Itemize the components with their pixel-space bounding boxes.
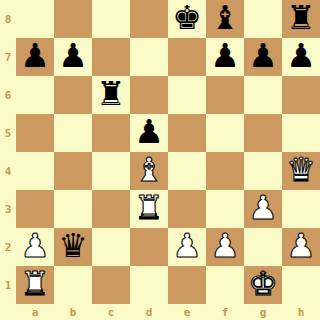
piece-white-pawn[interactable]: ♟ (210, 227, 240, 265)
square-c2[interactable] (92, 228, 130, 266)
rank-label-7: 7 (0, 38, 16, 76)
chess-board-frame: 8♚♝♜7♟♟♟♟♟6♜5♟4♝♛3♜♟2♟♛♟♟♟1♜♚abcdefgh (0, 0, 320, 320)
piece-white-queen[interactable]: ♛ (286, 151, 316, 189)
file-label-f: f (206, 304, 244, 320)
square-a7[interactable]: ♟ (16, 38, 54, 76)
square-c4[interactable] (92, 152, 130, 190)
piece-white-king[interactable]: ♚ (248, 265, 278, 303)
square-g1[interactable]: ♚ (244, 266, 282, 304)
piece-black-king[interactable]: ♚ (172, 0, 202, 37)
piece-white-pawn[interactable]: ♟ (248, 189, 278, 227)
piece-white-bishop[interactable]: ♝ (134, 151, 164, 189)
file-label-a: a (16, 304, 54, 320)
piece-black-pawn[interactable]: ♟ (58, 37, 88, 75)
rank-label-4: 4 (0, 152, 16, 190)
file-label-g: g (244, 304, 282, 320)
square-h8[interactable]: ♜ (282, 0, 320, 38)
square-b5[interactable] (54, 114, 92, 152)
square-a3[interactable] (16, 190, 54, 228)
square-g4[interactable] (244, 152, 282, 190)
piece-black-rook[interactable]: ♜ (96, 75, 126, 113)
square-d8[interactable] (130, 0, 168, 38)
piece-black-pawn[interactable]: ♟ (20, 37, 50, 75)
square-g5[interactable] (244, 114, 282, 152)
square-g6[interactable] (244, 76, 282, 114)
square-c7[interactable] (92, 38, 130, 76)
square-e3[interactable] (168, 190, 206, 228)
square-h1[interactable] (282, 266, 320, 304)
file-label-e: e (168, 304, 206, 320)
square-a1[interactable]: ♜ (16, 266, 54, 304)
square-b4[interactable] (54, 152, 92, 190)
square-d7[interactable] (130, 38, 168, 76)
square-f4[interactable] (206, 152, 244, 190)
square-g3[interactable]: ♟ (244, 190, 282, 228)
square-e2[interactable]: ♟ (168, 228, 206, 266)
square-c3[interactable] (92, 190, 130, 228)
square-d6[interactable] (130, 76, 168, 114)
square-f2[interactable]: ♟ (206, 228, 244, 266)
square-f3[interactable] (206, 190, 244, 228)
square-h4[interactable]: ♛ (282, 152, 320, 190)
piece-white-rook[interactable]: ♜ (134, 189, 164, 227)
square-b3[interactable] (54, 190, 92, 228)
rank-label-2: 2 (0, 228, 16, 266)
piece-black-pawn[interactable]: ♟ (286, 37, 316, 75)
square-b6[interactable] (54, 76, 92, 114)
piece-white-rook[interactable]: ♜ (20, 265, 50, 303)
square-h5[interactable] (282, 114, 320, 152)
square-g7[interactable]: ♟ (244, 38, 282, 76)
piece-black-rook[interactable]: ♜ (286, 0, 316, 37)
square-d5[interactable]: ♟ (130, 114, 168, 152)
square-d1[interactable] (130, 266, 168, 304)
square-e7[interactable] (168, 38, 206, 76)
square-c5[interactable] (92, 114, 130, 152)
rank-label-3: 3 (0, 190, 16, 228)
piece-black-bishop[interactable]: ♝ (210, 0, 240, 37)
square-e1[interactable] (168, 266, 206, 304)
square-h2[interactable]: ♟ (282, 228, 320, 266)
square-c6[interactable]: ♜ (92, 76, 130, 114)
square-a2[interactable]: ♟ (16, 228, 54, 266)
square-e6[interactable] (168, 76, 206, 114)
file-label-b: b (54, 304, 92, 320)
file-label-c: c (92, 304, 130, 320)
piece-black-pawn[interactable]: ♟ (210, 37, 240, 75)
square-d4[interactable]: ♝ (130, 152, 168, 190)
square-c1[interactable] (92, 266, 130, 304)
square-a5[interactable] (16, 114, 54, 152)
square-b2[interactable]: ♛ (54, 228, 92, 266)
piece-white-pawn[interactable]: ♟ (172, 227, 202, 265)
square-a6[interactable] (16, 76, 54, 114)
board-corner-spacer (0, 304, 16, 320)
piece-black-queen[interactable]: ♛ (58, 227, 88, 265)
square-h7[interactable]: ♟ (282, 38, 320, 76)
piece-white-pawn[interactable]: ♟ (286, 227, 316, 265)
rank-label-8: 8 (0, 0, 16, 38)
square-g2[interactable] (244, 228, 282, 266)
square-h6[interactable] (282, 76, 320, 114)
square-b8[interactable] (54, 0, 92, 38)
square-f6[interactable] (206, 76, 244, 114)
square-f1[interactable] (206, 266, 244, 304)
square-b1[interactable] (54, 266, 92, 304)
rank-label-1: 1 (0, 266, 16, 304)
rank-label-5: 5 (0, 114, 16, 152)
rank-label-6: 6 (0, 76, 16, 114)
square-d2[interactable] (130, 228, 168, 266)
piece-black-pawn[interactable]: ♟ (134, 113, 164, 151)
square-h3[interactable] (282, 190, 320, 228)
file-label-d: d (130, 304, 168, 320)
piece-white-pawn[interactable]: ♟ (20, 227, 50, 265)
piece-black-pawn[interactable]: ♟ (248, 37, 278, 75)
square-b7[interactable]: ♟ (54, 38, 92, 76)
square-f7[interactable]: ♟ (206, 38, 244, 76)
square-a8[interactable] (16, 0, 54, 38)
square-e8[interactable]: ♚ (168, 0, 206, 38)
chess-board: 8♚♝♜7♟♟♟♟♟6♜5♟4♝♛3♜♟2♟♛♟♟♟1♜♚abcdefgh (0, 0, 320, 320)
square-a4[interactable] (16, 152, 54, 190)
file-label-h: h (282, 304, 320, 320)
square-d3[interactable]: ♜ (130, 190, 168, 228)
square-f5[interactable] (206, 114, 244, 152)
square-e5[interactable] (168, 114, 206, 152)
square-e4[interactable] (168, 152, 206, 190)
square-f8[interactable]: ♝ (206, 0, 244, 38)
square-g8[interactable] (244, 0, 282, 38)
square-c8[interactable] (92, 0, 130, 38)
